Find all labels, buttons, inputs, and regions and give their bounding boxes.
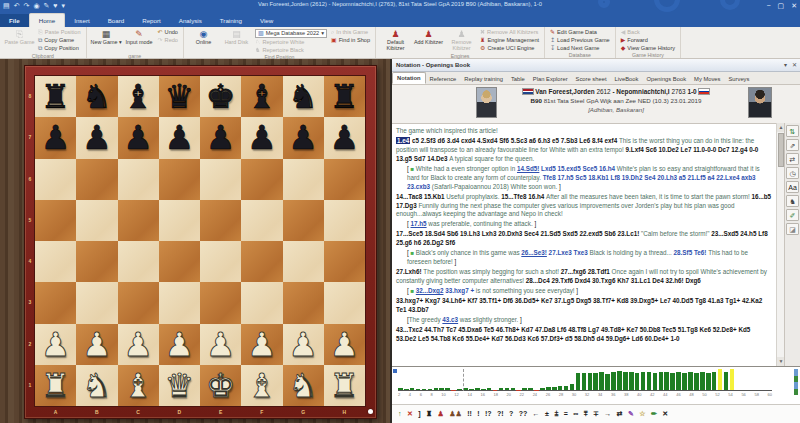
notation-tab-livebook[interactable]: LiveBook: [611, 74, 643, 84]
square-b2[interactable]: ♟: [76, 324, 117, 365]
square-d5[interactable]: [159, 200, 200, 241]
eval-bar[interactable]: [499, 388, 504, 390]
event-line: B90 81st Tata Steel GpA Wijk aan Zee NED…: [502, 96, 730, 105]
add-kibitzer-button[interactable]: ♟Add Kibitzer: [412, 28, 445, 53]
ribbon-tab-board[interactable]: Board: [99, 14, 134, 27]
chess-board[interactable]: ♜♞♝♛♚♝♞♜♟♟♟♟♟♟♟♟♟♟♟♟♟♟♟♟♜♞♝♛♚♝♞♜: [35, 76, 365, 406]
eval-bar[interactable]: [534, 390, 539, 391]
annotation-symbol[interactable]: ♟: [438, 405, 444, 423]
square-g5[interactable]: [283, 200, 324, 241]
close-button[interactable]: ✕: [791, 0, 797, 11]
eval-bar[interactable]: [511, 388, 516, 390]
eval-bar[interactable]: [694, 373, 699, 391]
close-icon[interactable]: ✕: [792, 59, 797, 72]
remove-kibitzer-button[interactable]: ♟Remove Kibitzer: [445, 28, 478, 53]
eval-bar[interactable]: [664, 372, 669, 390]
black-queen-piece: ♛: [165, 76, 195, 117]
white-pawn-piece: ♟: [165, 324, 195, 365]
paste-game-icon: ⎘: [16, 29, 23, 39]
eval-bar[interactable]: [724, 372, 729, 390]
eval-bar[interactable]: [552, 387, 557, 390]
comment-text: (Safarli-Papaioannou 2018) White soon wo…: [432, 183, 559, 190]
white-bishop-piece: ♝: [123, 365, 153, 406]
load-previous-game-icon: ↥: [550, 37, 555, 44]
back-button[interactable]: ◀Back: [621, 29, 675, 36]
online-button[interactable]: ◉Online: [187, 28, 220, 53]
remove-all-kibitzers-icon: ✖: [480, 29, 485, 36]
white-knight-piece: ♞: [288, 365, 318, 406]
new-game-button[interactable]: ▦New Game ▾: [90, 28, 123, 53]
ribbon-tab-home[interactable]: Home: [29, 13, 66, 27]
notation-tab-score-sheet[interactable]: Score sheet: [572, 74, 611, 84]
square-a8[interactable]: ♜: [35, 76, 76, 117]
square-f5[interactable]: [241, 200, 282, 241]
ribbon-group-clipboard: ⎘Paste Game⎘Paste Position⧉Copy Game⧉Cop…: [0, 27, 87, 58]
square-h6[interactable]: [324, 159, 365, 200]
eval-bar[interactable]: [404, 389, 409, 390]
notation-paragraph: 1.e4 c5 2.Sf3 d6 3.d4 cxd4 4.Sxd4 Sf6 5.…: [396, 137, 772, 164]
eval-bar[interactable]: [422, 389, 427, 390]
comment-text: is not something you see everyday!: [476, 287, 576, 294]
maximize-button[interactable]: ▢: [778, 0, 785, 11]
eval-bar[interactable]: [540, 388, 545, 390]
square-e3[interactable]: [200, 282, 241, 323]
eval-bar[interactable]: [516, 390, 521, 391]
eval-bar[interactable]: [546, 387, 551, 391]
square-b5[interactable]: [76, 200, 117, 241]
move-text[interactable]: 26...Se3!: [521, 249, 547, 256]
annotation-symbol[interactable]: ♜: [426, 405, 432, 423]
eval-bar[interactable]: [617, 371, 622, 390]
square-h2[interactable]: ♟: [324, 324, 365, 365]
square-d6[interactable]: [159, 159, 200, 200]
eval-bar[interactable]: [605, 374, 610, 390]
square-a3[interactable]: [35, 282, 76, 323]
black-pawn-piece: ♟: [41, 117, 71, 158]
comment-text: 1-0: [670, 335, 679, 342]
eval-bar[interactable]: [588, 373, 593, 391]
hard-disk-button[interactable]: ▤Hard Disk: [220, 28, 253, 53]
square-g2[interactable]: ♟: [283, 324, 324, 365]
move-text[interactable]: 17...Sce5 18.Sd4 Sb6 19.Lh3 Lxh3 20.Dxh3…: [396, 230, 641, 237]
white-player-photo: [476, 87, 497, 118]
ribbon-tab-training[interactable]: Training: [211, 14, 251, 27]
annotation-symbol[interactable]: ⇄: [617, 405, 623, 423]
load-next-game-icon: ↧: [550, 45, 555, 52]
square-c4[interactable]: [118, 241, 159, 282]
white-knight-piece: ♞: [82, 365, 112, 406]
notation-tab-table[interactable]: Table: [507, 74, 529, 84]
exchange-move-icon[interactable]: ⇄: [786, 153, 799, 165]
square-b8[interactable]: ♞: [76, 76, 117, 117]
remove-kibitzer-icon: ♟: [458, 29, 466, 39]
square-c2[interactable]: ♟: [118, 324, 159, 365]
square-e8[interactable]: ♚: [200, 76, 241, 117]
square-g1[interactable]: ♞: [283, 365, 324, 406]
notation-tab-surveys[interactable]: Surveys: [724, 74, 753, 84]
annotation-symbol[interactable]: ]: [418, 405, 420, 423]
annotator-line: [Adhiban, Baskaran]: [502, 105, 730, 114]
square-g7[interactable]: ♟: [283, 117, 324, 158]
square-d7[interactable]: ♟: [159, 117, 200, 158]
square-d8[interactable]: ♛: [159, 76, 200, 117]
square-c1[interactable]: ♝: [118, 365, 159, 406]
square-f2[interactable]: ♟: [241, 324, 282, 365]
eval-bar[interactable]: [700, 372, 705, 390]
ribbon-tab-view[interactable]: View: [251, 14, 282, 27]
annotation-symbol[interactable]: ←: [533, 405, 540, 423]
eval-bar[interactable]: [445, 388, 450, 390]
eval-bar[interactable]: [659, 372, 664, 390]
square-a2[interactable]: ♟: [35, 324, 76, 365]
add-kibitzer-icon: ♟: [425, 29, 433, 39]
window-title: Van Foreest,Jorden (2612) - Nepomniachtc…: [0, 1, 800, 7]
eval-bar[interactable]: [718, 369, 723, 390]
default-kibitzer-icon: ♟: [392, 29, 400, 39]
find-in-shop-button[interactable]: ▣Find in Shop: [331, 37, 370, 44]
load-next-game-button[interactable]: ↧Load Next Game: [550, 45, 610, 52]
eval-bar[interactable]: [451, 390, 456, 391]
eval-bar[interactable]: [428, 389, 433, 390]
square-c5[interactable]: [118, 200, 159, 241]
new-game-icon: ▦: [102, 29, 111, 39]
eval-bar[interactable]: [522, 388, 527, 390]
create-uci-engine-icon: ⚙: [480, 45, 485, 52]
eval-bar[interactable]: [682, 373, 687, 391]
white-pawn-piece: ♟: [123, 324, 153, 365]
annotation-symbol[interactable]: →: [604, 405, 611, 423]
move-text[interactable]: 33.hxg7+ Kxg7 34.Lh6+ Kf7 35.Tf1+ Df6 36…: [396, 297, 762, 313]
copy-position-icon: ⧉: [38, 45, 42, 52]
chart-tick-labels: 2468101214161820222426283032343638404244…: [398, 392, 772, 397]
square-f6[interactable]: [241, 159, 282, 200]
eval-bar[interactable]: [599, 372, 604, 390]
forward-button[interactable]: ▶Forward: [621, 37, 675, 44]
evaluation-profile-chart[interactable]: 2468101214161820222426283032343638404244…: [392, 366, 800, 404]
white-rook-piece: ♜: [41, 365, 71, 406]
square-e4[interactable]: [200, 241, 241, 282]
eval-bar[interactable]: [439, 388, 444, 390]
square-e1[interactable]: ♚: [200, 365, 241, 406]
notation-tab-openings-book[interactable]: Openings Book: [642, 74, 690, 84]
undo-button[interactable]: ↶Undo: [158, 29, 178, 36]
move-text[interactable]: 14.Sd5!: [517, 165, 539, 172]
input-mode-icon: ✎: [135, 29, 143, 39]
eval-bar[interactable]: [481, 389, 486, 390]
square-d4[interactable]: [159, 241, 200, 282]
square-f1[interactable]: ♝: [241, 365, 282, 406]
eval-bar[interactable]: [576, 373, 581, 391]
square-g4[interactable]: [283, 241, 324, 282]
eval-bar[interactable]: [635, 373, 640, 391]
comment-text: White had a even stronger option in: [416, 165, 517, 172]
font-icon[interactable]: Aa: [786, 181, 799, 193]
ribbon-toolbar: ⎘Paste Game⎘Paste Position⧉Copy Game⧉Cop…: [0, 27, 800, 59]
black-pawn-piece: ♟: [82, 117, 112, 158]
ribbon-tab-insert[interactable]: Insert: [65, 14, 98, 27]
notation-panel: Notation - Openings Book ▾✕ NotationRefe…: [392, 59, 800, 423]
move-text[interactable]: 27...fxg6 28.Tdf1: [561, 268, 612, 275]
comment-text: A typical square for the queen.: [449, 155, 534, 162]
eval-bar[interactable]: [593, 373, 598, 391]
annotation-symbol[interactable]: ?!: [497, 405, 504, 423]
notation-tab-plan-explorer[interactable]: Plan Explorer: [529, 74, 572, 84]
copy-game-button[interactable]: ⧉Copy Game: [38, 37, 81, 44]
square-g8[interactable]: ♞: [283, 76, 324, 117]
paste-position-icon: ⎘: [38, 29, 43, 36]
comment-text: ]: [534, 220, 536, 227]
move-text[interactable]: 1.e4: [396, 137, 410, 144]
annotation-symbol[interactable]: !!: [467, 405, 472, 423]
square-c8[interactable]: ♝: [118, 76, 159, 117]
eval-bar[interactable]: [653, 373, 658, 391]
square-b6[interactable]: [76, 159, 117, 200]
notation-tab-reference[interactable]: Reference: [426, 74, 461, 84]
eval-bar[interactable]: [641, 372, 646, 390]
eval-bar[interactable]: [706, 373, 711, 390]
annotation-symbol[interactable]: =: [564, 405, 568, 423]
notation-tab-notation[interactable]: Notation: [392, 72, 426, 84]
remove-all-kibitzers-button[interactable]: ✖Remove All Kibitzers: [480, 29, 539, 36]
chart-mini-scrollbar[interactable]: [794, 369, 798, 395]
ribbon-tab-file[interactable]: File: [0, 14, 29, 27]
mega-database-2022-dropdown[interactable]: ▥Mega Database 2022▾: [255, 29, 327, 38]
side-to-move-indicator: [368, 409, 373, 414]
annotation-symbol[interactable]: ✎: [628, 405, 634, 423]
in-this-game-button[interactable]: ⌕In this Game: [331, 29, 370, 36]
comment-text: After all the measures have been taken, …: [546, 193, 751, 200]
redo-button[interactable]: ↷Redo: [158, 37, 178, 44]
notation-tab-replay-training[interactable]: Replay training: [460, 74, 507, 84]
clock-icon[interactable]: ◷: [786, 167, 799, 179]
annotation-symbol[interactable]: !: [477, 405, 479, 423]
eval-bar[interactable]: [629, 372, 634, 390]
square-h7[interactable]: ♟: [324, 117, 365, 158]
annotation-symbol[interactable]: ✕: [662, 405, 668, 423]
ribbon-tab-report[interactable]: Report: [133, 14, 170, 27]
annotation-symbol[interactable]: !?: [485, 405, 492, 423]
eval-bar[interactable]: [688, 372, 693, 390]
piece-style-icon[interactable]: ♞: [786, 195, 799, 207]
eval-bar[interactable]: [505, 388, 510, 390]
paste-position-button[interactable]: ⎘Paste Position: [38, 29, 81, 36]
eval-bar[interactable]: [676, 372, 681, 390]
eval-bar[interactable]: [670, 373, 675, 391]
black-knight-piece: ♞: [82, 76, 112, 117]
notation-paragraph: 14...Tac8 15.Kb1 Useful prophylaxis. 15.…: [396, 193, 772, 220]
input-mode-button[interactable]: ✎Input mode: [123, 28, 156, 53]
square-a5[interactable]: [35, 200, 76, 241]
chess-board-frame: ♜♞♝♛♚♝♞♜♟♟♟♟♟♟♟♟♟♟♟♟♟♟♟♟♜♞♝♛♚♝♞♜ 8765432…: [24, 65, 377, 419]
move-text[interactable]: Lxd5 15.exd5 Sce5 16.h4: [539, 165, 616, 172]
annotation-symbol[interactable]: ↑: [398, 405, 402, 423]
square-f3[interactable]: [241, 282, 282, 323]
ribbon-group-game-history: ◀Back▶Forward◆View Game HistoryGame Hist…: [616, 27, 681, 58]
move-text[interactable]: 27.Lxh6!: [396, 268, 423, 275]
white-pawn-piece: ♟: [82, 324, 112, 365]
move-text[interactable]: 33.hxg7 +: [443, 287, 475, 294]
promote-variation-icon[interactable]: ⇅: [786, 125, 799, 137]
black-rook-piece: ♜: [330, 76, 360, 117]
evaluation-bars[interactable]: [398, 369, 772, 391]
annotation-symbol[interactable]: ✕: [407, 405, 413, 423]
annotation-symbol[interactable]: ⩲: [554, 405, 558, 423]
black-pawn-piece: ♟: [206, 117, 236, 158]
square-c6[interactable]: [118, 159, 159, 200]
square-e5[interactable]: [200, 200, 241, 241]
eval-bar[interactable]: [398, 388, 403, 390]
eval-bar[interactable]: [623, 372, 628, 390]
move-text[interactable]: 14...Tac8 15.Kb1: [396, 193, 446, 200]
players-line: Van Foreest,Jorden 2612 - Nepomniachtchi…: [502, 87, 730, 96]
white-pawn-piece: ♟: [330, 324, 360, 365]
square-e2[interactable]: ♟: [200, 324, 241, 365]
annotation-symbol[interactable]: ⩱: [584, 405, 588, 423]
game-header: Van Foreest,Jorden 2612 - Nepomniachtchi…: [392, 85, 800, 123]
square-a7[interactable]: ♟: [35, 117, 76, 158]
square-c7[interactable]: ♟: [118, 117, 159, 158]
notation-tab-my-moves[interactable]: My Moves: [690, 74, 724, 84]
comment-text: The greedy: [409, 316, 443, 323]
netherlands-flag-icon: [522, 88, 534, 95]
eval-bar[interactable]: [457, 389, 462, 390]
eval-bar[interactable]: [647, 372, 652, 390]
load-previous-game-button[interactable]: ↥Load Previous Game: [550, 37, 610, 44]
eval-bar[interactable]: [475, 388, 480, 390]
minimize-button[interactable]: −: [766, 0, 770, 11]
square-d3[interactable]: [159, 282, 200, 323]
current-move-cursor: [463, 369, 464, 391]
square-e6[interactable]: [200, 159, 241, 200]
square-d1[interactable]: ♛: [159, 365, 200, 406]
square-e7[interactable]: ♟: [200, 117, 241, 158]
square-f7[interactable]: ♟: [241, 117, 282, 158]
eraser-icon[interactable]: ◪: [786, 223, 799, 235]
square-a4[interactable]: [35, 241, 76, 282]
move-text[interactable]: 32...Dxg2: [416, 287, 444, 294]
notation-paragraph: [The greedy 43.c3 was slightly stronger.…: [396, 316, 772, 325]
eval-bar[interactable]: [410, 388, 415, 390]
white-pawn-piece: ♟: [206, 324, 236, 365]
annotation-symbol[interactable]: ☆: [639, 405, 645, 423]
eval-bar[interactable]: [564, 386, 569, 390]
eval-bar[interactable]: [712, 372, 717, 390]
move-text[interactable]: 28.Sf5 Te6!: [674, 249, 709, 256]
square-g6[interactable]: [283, 159, 324, 200]
move-text[interactable]: 27.Lxe3 Txe3: [547, 249, 590, 256]
square-f8[interactable]: ♝: [241, 76, 282, 117]
notation-text[interactable]: The game which inspired this article!1.e…: [392, 123, 776, 366]
eval-bar[interactable]: [558, 386, 563, 390]
square-h3[interactable]: [324, 282, 365, 323]
black-bishop-piece: ♝: [123, 76, 153, 117]
square-d2[interactable]: ♟: [159, 324, 200, 365]
russia-flag-icon: [698, 88, 710, 95]
ribbon-tab-analysis[interactable]: Analysis: [170, 14, 211, 27]
notation-paragraph: [ ■ 32...Dxg2 33.hxg7 + is not something…: [396, 287, 772, 296]
collapse-icon[interactable]: ▾: [784, 59, 787, 72]
square-a1[interactable]: ♜: [35, 365, 76, 406]
eval-bar[interactable]: [469, 389, 474, 390]
paste-game-button[interactable]: ⎘Paste Game: [3, 28, 36, 53]
square-b4[interactable]: [76, 241, 117, 282]
highlight-pen-icon[interactable]: ✐: [786, 209, 799, 221]
eval-bar[interactable]: [730, 369, 735, 390]
eval-bar[interactable]: [434, 388, 439, 390]
move-text[interactable]: 28...Dc4 29.Txf6 Dxd4 30.Txg6 Kh7 31.Lc1…: [526, 277, 701, 284]
move-text[interactable]: 17.h5: [411, 220, 427, 227]
move-text[interactable]: c5 2.Sf3 d6 3.d4 cxd4 4.Sxd4 Sf6 5.Sc3 a…: [410, 137, 619, 144]
annotation-symbol[interactable]: ±: [545, 405, 549, 423]
notation-panel-header: Notation - Openings Book ▾✕: [392, 59, 800, 72]
title-bar: ▤↶↷◉✎♥▾ Van Foreest,Jorden (2612) - Nepo…: [0, 0, 800, 12]
view-game-history-button[interactable]: ◆View Game History: [621, 45, 675, 52]
edit-game-data-button[interactable]: ✎Edit Game Data: [550, 29, 610, 36]
repertoire-black-button[interactable]: ♞Repertoire Black: [255, 47, 327, 54]
undo-icon: ↶: [158, 29, 163, 36]
comment-text: Black's only chance in this game was: [416, 249, 522, 256]
black-pawn-piece: ♟: [247, 117, 277, 158]
eval-bar[interactable]: [611, 372, 616, 390]
annotation-symbol[interactable]: ??: [519, 405, 528, 423]
default-kibitzer-button[interactable]: ♟Default Kibitzer: [379, 28, 412, 53]
eval-bar[interactable]: [528, 388, 533, 390]
eval-bar[interactable]: [493, 390, 498, 391]
notation-paragraph: 17...Sce5 18.Sd4 Sb6 19.Lh3 Lxh3 20.Dxh3…: [396, 230, 772, 248]
annotation-symbol[interactable]: ∓: [593, 405, 599, 423]
insert-arrow-icon[interactable]: ⇗: [786, 139, 799, 151]
move-text[interactable]: 43.c3: [442, 316, 458, 323]
comment-text: ]: [455, 258, 457, 265]
engine-management-icon: ♜: [480, 37, 485, 44]
square-h5[interactable]: [324, 200, 365, 241]
annotation-symbol[interactable]: ∞: [573, 405, 578, 423]
move-text[interactable]: 15...Tfe8 16.h4: [501, 193, 546, 200]
square-h1[interactable]: ♜: [324, 365, 365, 406]
black-knight-piece: ♞: [288, 76, 318, 117]
square-h8[interactable]: ♜: [324, 76, 365, 117]
square-b3[interactable]: [76, 282, 117, 323]
repertoire-white-button[interactable]: ♘Repertoire White: [255, 39, 327, 46]
back-icon: ◀: [621, 29, 626, 36]
move-text[interactable]: 43...Txc2 44.Th7 Tc7 45.Dxa6 Te5 46.Th8+…: [396, 326, 750, 342]
white-pawn-piece: ♟: [41, 324, 71, 365]
annotation-symbol[interactable]: ?: [509, 405, 513, 423]
redo-icon: ↷: [158, 37, 163, 44]
notation-scrollbar[interactable]: ▲ ▼: [776, 123, 784, 366]
copy-position-button[interactable]: ⧉Copy Position: [38, 45, 81, 52]
eval-bar[interactable]: [582, 373, 587, 391]
notation-panel-title: Notation - Openings Book: [396, 62, 470, 68]
engine-management-button[interactable]: ♜Engine Management: [480, 37, 539, 44]
window-controls: −▢✕: [766, 0, 797, 11]
create-uci-engine-button[interactable]: ⚙Create UCI Engine: [480, 45, 539, 52]
square-g3[interactable]: [283, 282, 324, 323]
comment-text: ]: [520, 316, 522, 323]
square-b1[interactable]: ♞: [76, 365, 117, 406]
notation-tab-bar: NotationReferenceReplay trainingTablePla…: [392, 72, 800, 85]
eval-bar[interactable]: [487, 388, 492, 390]
eval-bar[interactable]: [570, 384, 575, 390]
square-f4[interactable]: [241, 241, 282, 282]
annotation-symbol[interactable]: ✏: [651, 405, 657, 423]
eval-bar[interactable]: [416, 389, 421, 390]
square-h4[interactable]: [324, 241, 365, 282]
annotation-symbol[interactable]: ♟♟: [449, 405, 462, 423]
square-b7[interactable]: ♟: [76, 117, 117, 158]
square-c3[interactable]: [118, 282, 159, 323]
square-a6[interactable]: [35, 159, 76, 200]
